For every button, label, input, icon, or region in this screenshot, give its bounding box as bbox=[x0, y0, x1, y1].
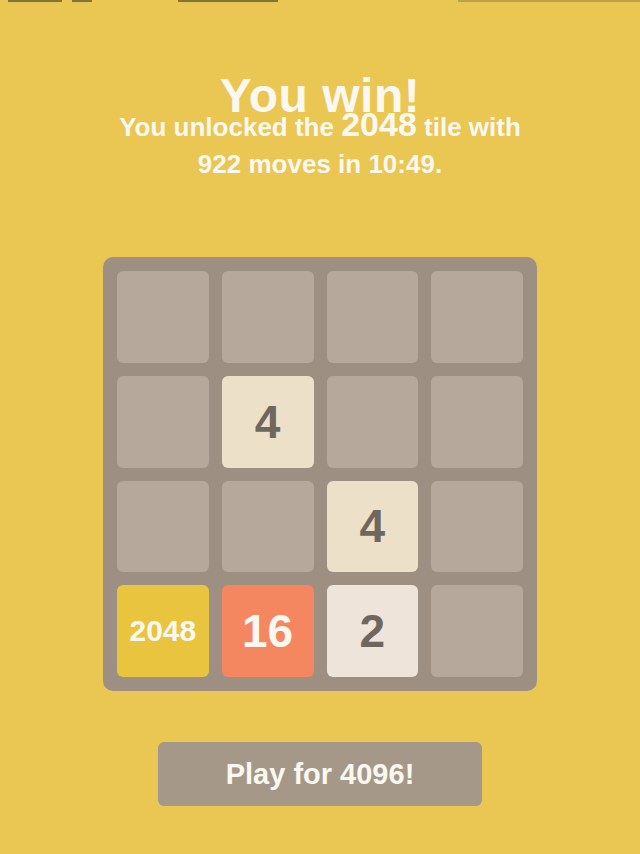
empty-cell bbox=[431, 481, 523, 573]
status-bar-remnant bbox=[8, 0, 62, 2]
status-bar-remnant bbox=[458, 0, 640, 2]
board-grid[interactable]: 442048162 bbox=[103, 257, 537, 691]
empty-cell bbox=[431, 271, 523, 363]
empty-cell bbox=[117, 376, 209, 468]
empty-cell bbox=[117, 271, 209, 363]
tile-2: 2 bbox=[327, 585, 419, 677]
empty-cell bbox=[222, 481, 314, 573]
empty-cell bbox=[431, 585, 523, 677]
empty-cell bbox=[222, 271, 314, 363]
empty-cell bbox=[431, 376, 523, 468]
status-bar-remnant bbox=[72, 0, 92, 2]
play-next-button[interactable]: Play for 4096! bbox=[158, 742, 482, 806]
empty-cell bbox=[327, 376, 419, 468]
tile-2048: 2048 bbox=[117, 585, 209, 677]
stats-line1-suffix: tile with bbox=[417, 112, 521, 142]
stats-line1-prefix: You unlocked the bbox=[119, 112, 341, 142]
tile-4: 4 bbox=[222, 376, 314, 468]
status-bar-remnant bbox=[178, 0, 278, 2]
empty-cell bbox=[117, 481, 209, 573]
stats-line2: 922 moves in 10:49. bbox=[198, 149, 442, 179]
win-stats-text: You unlocked the 2048 tile with 922 move… bbox=[0, 106, 640, 183]
tile-16: 16 bbox=[222, 585, 314, 677]
win-screen: You win! You unlocked the 2048 tile with… bbox=[0, 0, 640, 854]
unlocked-tile-value: 2048 bbox=[341, 105, 417, 143]
tile-4: 4 bbox=[327, 481, 419, 573]
empty-cell bbox=[327, 271, 419, 363]
